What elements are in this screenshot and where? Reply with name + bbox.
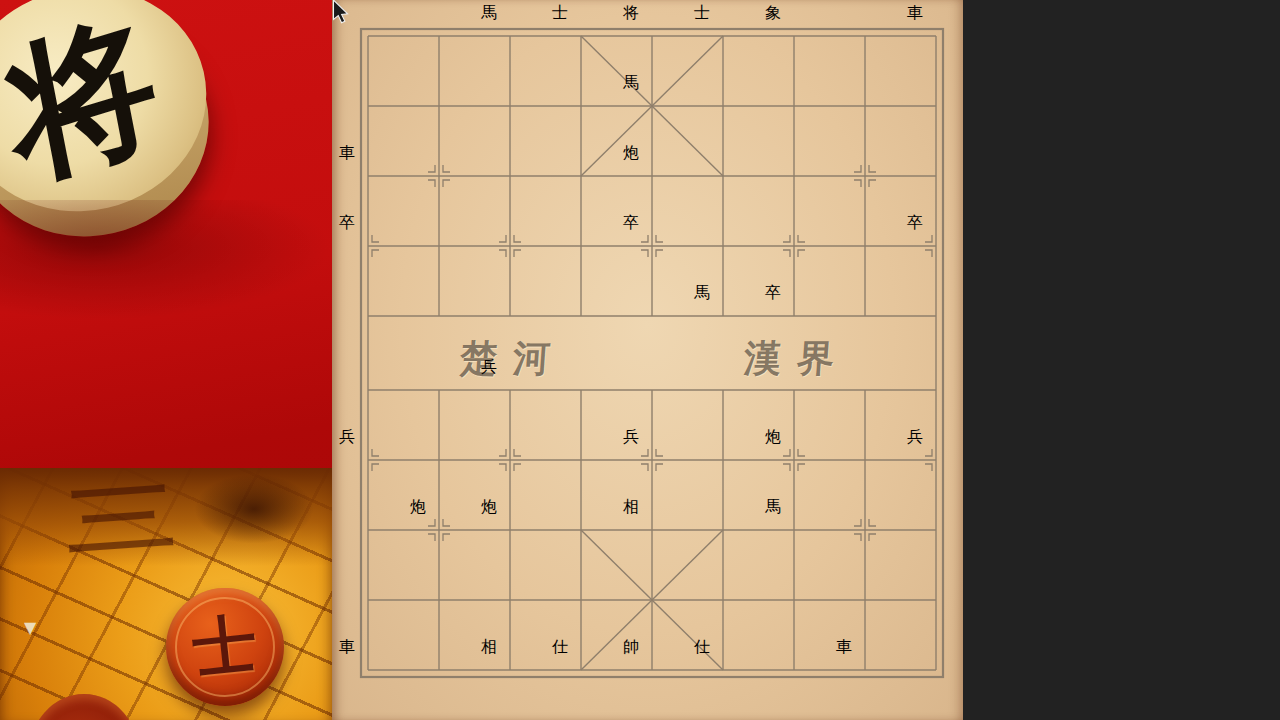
piece-black-horse[interactable]: 馬 (623, 73, 681, 131)
piece-black-chariot[interactable]: 車 (907, 3, 965, 61)
piece-char: 士 (694, 4, 710, 21)
piece-red-chariot[interactable]: 車 (836, 637, 894, 695)
piece-black-soldier[interactable]: 卒 (765, 283, 823, 341)
decor-relief-char: 三 (62, 466, 180, 573)
piece-red-horse[interactable]: 馬 (481, 3, 539, 61)
piece-char: 帥 (623, 638, 639, 655)
piece-char: 卒 (765, 284, 781, 301)
piece-char: 車 (836, 638, 852, 655)
piece-red-soldier[interactable]: 兵 (623, 427, 681, 485)
piece-char: 士 (552, 4, 568, 21)
decor-floor: 三 ▼ 士 (0, 468, 332, 720)
piece-char: 車 (339, 144, 355, 161)
decor-advisor-char: 士 (190, 612, 260, 682)
piece-black-soldier[interactable]: 卒 (907, 213, 965, 271)
piece-red-advisor[interactable]: 仕 (694, 637, 752, 695)
decor-relief-band: 三 (0, 468, 332, 566)
piece-black-general[interactable]: 将 (623, 3, 681, 61)
piece-red-chariot[interactable]: 車 (339, 637, 397, 695)
piece-char: 卒 (907, 214, 923, 231)
left-decor-panel: 将 三 ▼ 士 (0, 0, 332, 720)
piece-black-cannon[interactable]: 炮 (623, 143, 681, 201)
decor-general-char: 将 (0, 4, 169, 196)
piece-red-elephant[interactable]: 相 (481, 637, 539, 695)
decor-triangle-mark: ▼ (24, 618, 36, 637)
piece-red-general[interactable]: 帥 (623, 637, 681, 695)
piece-char: 卒 (623, 214, 639, 231)
piece-char: 炮 (765, 428, 781, 445)
piece-black-soldier[interactable]: 卒 (339, 213, 397, 271)
piece-char: 炮 (623, 144, 639, 161)
piece-char: 兵 (339, 428, 355, 445)
piece-char: 馬 (481, 4, 497, 21)
piece-char: 馬 (623, 74, 639, 91)
decor-shadow (0, 200, 332, 320)
piece-char: 兵 (623, 428, 639, 445)
decor-relief-blob (194, 474, 314, 544)
piece-black-chariot[interactable]: 車 (339, 143, 397, 201)
piece-char: 相 (623, 498, 639, 515)
piece-red-soldier[interactable]: 兵 (907, 427, 965, 485)
decor-advisor-piece: 士 (166, 588, 284, 706)
piece-red-horse[interactable]: 馬 (765, 497, 823, 555)
piece-char: 仕 (552, 638, 568, 655)
piece-char: 兵 (907, 428, 923, 445)
piece-char: 馬 (694, 284, 710, 301)
piece-black-cannon[interactable]: 炮 (765, 427, 823, 485)
piece-black-elephant[interactable]: 象 (765, 3, 823, 61)
piece-char: 将 (623, 4, 639, 21)
piece-char: 象 (765, 4, 781, 21)
piece-red-elephant[interactable]: 相 (623, 497, 681, 555)
piece-char: 車 (339, 638, 355, 655)
piece-char: 炮 (481, 498, 497, 515)
piece-red-advisor[interactable]: 仕 (552, 637, 610, 695)
river-label-right: 漢界 (742, 334, 851, 384)
piece-char: 相 (481, 638, 497, 655)
piece-red-cannon[interactable]: 炮 (481, 497, 539, 555)
piece-red-cannon[interactable]: 炮 (410, 497, 468, 555)
piece-char: 仕 (694, 638, 710, 655)
piece-red-soldier[interactable]: 兵 (339, 427, 397, 485)
piece-black-advisor[interactable]: 士 (694, 3, 752, 61)
piece-char: 車 (907, 4, 923, 21)
piece-char: 炮 (410, 498, 426, 515)
piece-char: 卒 (339, 214, 355, 231)
piece-black-soldier[interactable]: 卒 (623, 213, 681, 271)
screenshot-root: 将 三 ▼ 士 楚河 漢界 馬士将士象車馬車炮卒卒卒馬卒兵兵兵炮兵炮炮相馬車相仕… (0, 0, 1280, 720)
piece-char: 馬 (765, 498, 781, 515)
piece-char: 兵 (481, 358, 497, 375)
piece-black-advisor[interactable]: 士 (552, 3, 610, 61)
piece-red-soldier[interactable]: 兵 (481, 357, 539, 415)
piece-black-horse[interactable]: 馬 (694, 283, 752, 341)
decor-partial-piece (28, 694, 140, 720)
xiangqi-board[interactable]: 楚河 漢界 馬士将士象車馬車炮卒卒卒馬卒兵兵兵炮兵炮炮相馬車相仕帥仕車 (332, 0, 963, 720)
